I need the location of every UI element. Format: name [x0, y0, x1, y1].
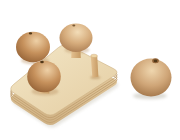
peg-board-scene: [0, 0, 180, 140]
ball-hole: [29, 32, 32, 34]
ball-hole: [40, 61, 44, 63]
ball-hole: [154, 60, 158, 63]
product-photo-stage: [0, 0, 180, 140]
ball-body: [27, 61, 61, 93]
ball-loose-off-board[interactable]: [131, 58, 172, 96]
ball-hole: [72, 25, 75, 27]
ball-body: [131, 59, 172, 97]
ball-front-left[interactable]: [27, 61, 61, 93]
peg-top: [91, 54, 98, 57]
ball-body: [16, 32, 50, 63]
ball-back-right[interactable]: [60, 24, 93, 52]
ball-body: [60, 24, 93, 52]
ball-back-left[interactable]: [16, 32, 50, 63]
